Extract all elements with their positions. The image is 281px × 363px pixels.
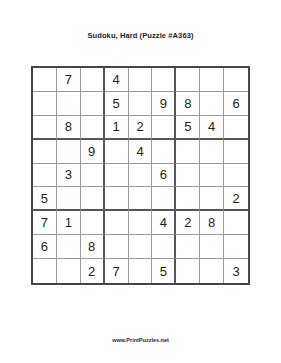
cell-r3c3 <box>81 116 105 140</box>
page-title: Sudoku, Hard (Puzzle #A363) <box>0 31 281 40</box>
cell-r1c5 <box>129 68 153 92</box>
cell-r5c1 <box>33 164 57 188</box>
cell-r7c7: 2 <box>176 211 200 235</box>
page: Sudoku, Hard (Puzzle #A363) 745986812549… <box>0 0 281 363</box>
cell-r7c5 <box>129 211 153 235</box>
cell-r3c7: 5 <box>176 116 200 140</box>
cell-r5c3 <box>81 164 105 188</box>
cell-r4c3: 9 <box>81 140 105 164</box>
cell-r2c4: 5 <box>105 92 129 116</box>
cell-r3c9 <box>224 116 248 140</box>
cell-r4c6 <box>152 140 176 164</box>
cell-r9c7 <box>176 259 200 283</box>
cell-r4c2 <box>57 140 81 164</box>
cell-r9c4: 7 <box>105 259 129 283</box>
cell-r9c3: 2 <box>81 259 105 283</box>
cell-r1c6 <box>152 68 176 92</box>
cell-r7c2: 1 <box>57 211 81 235</box>
cell-r3c8: 4 <box>200 116 224 140</box>
cell-r4c4 <box>105 140 129 164</box>
cell-r8c8 <box>200 235 224 259</box>
cell-r4c8 <box>200 140 224 164</box>
cell-r2c3 <box>81 92 105 116</box>
cell-r3c6 <box>152 116 176 140</box>
cell-r6c6 <box>152 187 176 211</box>
cell-r1c2: 7 <box>57 68 81 92</box>
cell-r5c5 <box>129 164 153 188</box>
cell-r4c5: 4 <box>129 140 153 164</box>
cell-r6c7 <box>176 187 200 211</box>
cell-r8c9 <box>224 235 248 259</box>
cell-r6c9: 2 <box>224 187 248 211</box>
cell-r8c6 <box>152 235 176 259</box>
cell-r6c5 <box>129 187 153 211</box>
cell-r6c1: 5 <box>33 187 57 211</box>
cell-r9c8 <box>200 259 224 283</box>
cell-r7c1: 7 <box>33 211 57 235</box>
cell-r8c2 <box>57 235 81 259</box>
cell-r8c7 <box>176 235 200 259</box>
cell-r3c1 <box>33 116 57 140</box>
cell-r8c5 <box>129 235 153 259</box>
cell-r9c9: 3 <box>224 259 248 283</box>
cell-r9c5 <box>129 259 153 283</box>
cell-r6c4 <box>105 187 129 211</box>
cell-r6c3 <box>81 187 105 211</box>
footer-url: www.PrintPuzzles.net <box>0 337 281 343</box>
cell-r1c4: 4 <box>105 68 129 92</box>
cell-r8c1: 6 <box>33 235 57 259</box>
cell-r9c1 <box>33 259 57 283</box>
cell-r2c7: 8 <box>176 92 200 116</box>
cell-r2c1 <box>33 92 57 116</box>
cell-r8c4 <box>105 235 129 259</box>
cell-r7c3 <box>81 211 105 235</box>
sudoku-grid: 7459868125494365271428682753 <box>31 66 250 285</box>
cell-r5c6: 6 <box>152 164 176 188</box>
cell-r2c8 <box>200 92 224 116</box>
cell-r7c4 <box>105 211 129 235</box>
cell-r7c8: 8 <box>200 211 224 235</box>
cell-r2c2 <box>57 92 81 116</box>
cell-r5c7 <box>176 164 200 188</box>
cell-r1c3 <box>81 68 105 92</box>
cell-r5c9 <box>224 164 248 188</box>
cell-r1c7 <box>176 68 200 92</box>
cell-r1c8 <box>200 68 224 92</box>
cell-r9c2 <box>57 259 81 283</box>
cell-r3c2: 8 <box>57 116 81 140</box>
cell-r6c2 <box>57 187 81 211</box>
cell-r4c7 <box>176 140 200 164</box>
cell-r4c9 <box>224 140 248 164</box>
cell-r5c4 <box>105 164 129 188</box>
cell-r2c5 <box>129 92 153 116</box>
cell-r1c9 <box>224 68 248 92</box>
cell-r3c5: 2 <box>129 116 153 140</box>
cell-r1c1 <box>33 68 57 92</box>
cell-r8c3: 8 <box>81 235 105 259</box>
cell-r5c2: 3 <box>57 164 81 188</box>
cell-r3c4: 1 <box>105 116 129 140</box>
cell-r9c6: 5 <box>152 259 176 283</box>
cell-r2c6: 9 <box>152 92 176 116</box>
cell-r5c8 <box>200 164 224 188</box>
cell-r4c1 <box>33 140 57 164</box>
cell-r2c9: 6 <box>224 92 248 116</box>
cell-r7c6: 4 <box>152 211 176 235</box>
cell-r6c8 <box>200 187 224 211</box>
cell-r7c9 <box>224 211 248 235</box>
